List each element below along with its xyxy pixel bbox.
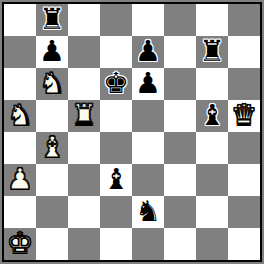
square-c3[interactable]	[68, 164, 100, 196]
black-knight[interactable]: ♞	[135, 197, 161, 226]
square-e7[interactable]: ♟	[132, 36, 164, 68]
square-f5[interactable]	[164, 100, 196, 132]
square-g5[interactable]: ♝	[196, 100, 228, 132]
square-h2[interactable]	[228, 196, 260, 228]
square-g7[interactable]: ♜	[196, 36, 228, 68]
square-e1[interactable]	[132, 228, 164, 260]
square-a1[interactable]: ♚	[4, 228, 36, 260]
chess-board: ♜♟♟♜♞♚♟♞♜♝♛♝♟♝♞♚	[4, 4, 260, 260]
square-g4[interactable]	[196, 132, 228, 164]
white-pawn[interactable]: ♟	[7, 165, 33, 194]
square-f1[interactable]	[164, 228, 196, 260]
square-h1[interactable]	[228, 228, 260, 260]
square-a8[interactable]	[4, 4, 36, 36]
square-a6[interactable]	[4, 68, 36, 100]
black-rook[interactable]: ♜	[199, 37, 225, 66]
square-h8[interactable]	[228, 4, 260, 36]
square-a5[interactable]: ♞	[4, 100, 36, 132]
square-c7[interactable]	[68, 36, 100, 68]
square-b2[interactable]	[36, 196, 68, 228]
black-pawn[interactable]: ♟	[39, 37, 65, 66]
square-f2[interactable]	[164, 196, 196, 228]
white-knight[interactable]: ♞	[39, 69, 65, 98]
board-frame: ♜♟♟♜♞♚♟♞♜♝♛♝♟♝♞♚	[2, 2, 262, 262]
black-bishop[interactable]: ♝	[103, 165, 129, 194]
square-d1[interactable]	[100, 228, 132, 260]
square-b4[interactable]: ♝	[36, 132, 68, 164]
square-h7[interactable]	[228, 36, 260, 68]
square-c5[interactable]: ♜	[68, 100, 100, 132]
square-a2[interactable]	[4, 196, 36, 228]
square-d3[interactable]: ♝	[100, 164, 132, 196]
square-b6[interactable]: ♞	[36, 68, 68, 100]
square-d5[interactable]	[100, 100, 132, 132]
square-f4[interactable]	[164, 132, 196, 164]
square-h5[interactable]: ♛	[228, 100, 260, 132]
square-c2[interactable]	[68, 196, 100, 228]
square-a7[interactable]	[4, 36, 36, 68]
square-c4[interactable]	[68, 132, 100, 164]
square-g3[interactable]	[196, 164, 228, 196]
square-f8[interactable]	[164, 4, 196, 36]
white-queen[interactable]: ♛	[231, 101, 257, 130]
square-d7[interactable]	[100, 36, 132, 68]
white-king[interactable]: ♚	[7, 229, 33, 258]
square-b3[interactable]	[36, 164, 68, 196]
square-c8[interactable]	[68, 4, 100, 36]
board-outer-margin: ♜♟♟♜♞♚♟♞♜♝♛♝♟♝♞♚	[0, 0, 264, 264]
square-g6[interactable]	[196, 68, 228, 100]
square-a3[interactable]: ♟	[4, 164, 36, 196]
square-e3[interactable]	[132, 164, 164, 196]
square-a4[interactable]	[4, 132, 36, 164]
square-e6[interactable]: ♟	[132, 68, 164, 100]
square-b7[interactable]: ♟	[36, 36, 68, 68]
square-e2[interactable]: ♞	[132, 196, 164, 228]
square-h6[interactable]	[228, 68, 260, 100]
white-knight[interactable]: ♞	[7, 101, 33, 130]
black-pawn[interactable]: ♟	[135, 69, 161, 98]
square-e5[interactable]	[132, 100, 164, 132]
square-f7[interactable]	[164, 36, 196, 68]
square-d4[interactable]	[100, 132, 132, 164]
square-g8[interactable]	[196, 4, 228, 36]
square-e8[interactable]	[132, 4, 164, 36]
white-rook[interactable]: ♜	[71, 101, 97, 130]
square-b8[interactable]: ♜	[36, 4, 68, 36]
white-bishop[interactable]: ♝	[39, 133, 65, 162]
square-g1[interactable]	[196, 228, 228, 260]
square-b1[interactable]	[36, 228, 68, 260]
square-h4[interactable]	[228, 132, 260, 164]
square-f6[interactable]	[164, 68, 196, 100]
black-king[interactable]: ♚	[103, 69, 129, 98]
square-b5[interactable]	[36, 100, 68, 132]
square-f3[interactable]	[164, 164, 196, 196]
square-e4[interactable]	[132, 132, 164, 164]
black-pawn[interactable]: ♟	[135, 37, 161, 66]
square-g2[interactable]	[196, 196, 228, 228]
square-d6[interactable]: ♚	[100, 68, 132, 100]
square-c6[interactable]	[68, 68, 100, 100]
black-rook[interactable]: ♜	[39, 5, 65, 34]
black-bishop[interactable]: ♝	[199, 101, 225, 130]
square-d2[interactable]	[100, 196, 132, 228]
square-c1[interactable]	[68, 228, 100, 260]
square-d8[interactable]	[100, 4, 132, 36]
square-h3[interactable]	[228, 164, 260, 196]
